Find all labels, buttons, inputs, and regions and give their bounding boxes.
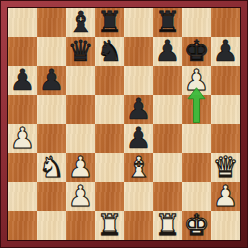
square-e5[interactable]: ♟ <box>124 95 153 124</box>
square-c7[interactable]: ♛ <box>66 37 95 66</box>
square-g7[interactable]: ♚ <box>182 37 211 66</box>
piece-black-bishop-c8: ♝ <box>66 8 95 37</box>
square-d2[interactable] <box>95 182 124 211</box>
piece-white-rook-d1: ♜ <box>95 211 124 240</box>
square-g2[interactable] <box>182 182 211 211</box>
square-b3[interactable]: ♞ <box>37 153 66 182</box>
piece-black-knight-d7: ♞ <box>95 37 124 66</box>
square-d3[interactable] <box>95 153 124 182</box>
square-a8[interactable] <box>8 8 37 37</box>
piece-black-pawn-b6: ♟ <box>37 66 66 95</box>
piece-white-knight-b3: ♞ <box>37 153 66 182</box>
square-e2[interactable] <box>124 182 153 211</box>
chess-board: ♝♜♜♛♞♟♚♟♟♟♟♟♟♟♞♟♝♛♟♟♜♜♚ <box>8 8 240 240</box>
square-h4[interactable] <box>211 124 240 153</box>
square-d5[interactable] <box>95 95 124 124</box>
square-b8[interactable] <box>37 8 66 37</box>
square-d4[interactable] <box>95 124 124 153</box>
square-f5[interactable] <box>153 95 182 124</box>
square-b1[interactable] <box>37 211 66 240</box>
square-g6[interactable]: ♟ <box>182 66 211 95</box>
piece-white-pawn-a4: ♟ <box>8 124 37 153</box>
piece-black-pawn-f7: ♟ <box>153 37 182 66</box>
square-b7[interactable] <box>37 37 66 66</box>
piece-black-pawn-e5: ♟ <box>124 95 153 124</box>
square-h2[interactable]: ♟ <box>211 182 240 211</box>
piece-white-pawn-g6: ♟ <box>182 66 211 95</box>
square-f7[interactable]: ♟ <box>153 37 182 66</box>
square-h8[interactable] <box>211 8 240 37</box>
piece-black-queen-c7: ♛ <box>66 37 95 66</box>
square-e3[interactable]: ♝ <box>124 153 153 182</box>
square-a5[interactable] <box>8 95 37 124</box>
square-a1[interactable] <box>8 211 37 240</box>
square-f4[interactable] <box>153 124 182 153</box>
square-h5[interactable] <box>211 95 240 124</box>
piece-white-rook-f1: ♜ <box>153 211 182 240</box>
square-b5[interactable] <box>37 95 66 124</box>
square-c4[interactable] <box>66 124 95 153</box>
square-d1[interactable]: ♜ <box>95 211 124 240</box>
square-f6[interactable] <box>153 66 182 95</box>
square-a7[interactable] <box>8 37 37 66</box>
square-g5[interactable] <box>182 95 211 124</box>
square-h6[interactable] <box>211 66 240 95</box>
piece-black-rook-f8: ♜ <box>153 8 182 37</box>
square-b6[interactable]: ♟ <box>37 66 66 95</box>
square-h7[interactable]: ♟ <box>211 37 240 66</box>
piece-black-pawn-e4: ♟ <box>124 124 153 153</box>
piece-black-pawn-a6: ♟ <box>8 66 37 95</box>
piece-white-pawn-c2: ♟ <box>66 182 95 211</box>
square-a6[interactable]: ♟ <box>8 66 37 95</box>
square-b4[interactable] <box>37 124 66 153</box>
board-frame: ♝♜♜♛♞♟♚♟♟♟♟♟♟♟♞♟♝♛♟♟♜♜♚ <box>0 0 248 248</box>
square-f2[interactable] <box>153 182 182 211</box>
square-c5[interactable] <box>66 95 95 124</box>
piece-black-rook-d8: ♜ <box>95 8 124 37</box>
square-c6[interactable] <box>66 66 95 95</box>
square-f1[interactable]: ♜ <box>153 211 182 240</box>
square-a4[interactable]: ♟ <box>8 124 37 153</box>
square-g1[interactable]: ♚ <box>182 211 211 240</box>
piece-white-pawn-c3: ♟ <box>66 153 95 182</box>
piece-white-bishop-e3: ♝ <box>124 153 153 182</box>
square-c2[interactable]: ♟ <box>66 182 95 211</box>
square-c1[interactable] <box>66 211 95 240</box>
square-d6[interactable] <box>95 66 124 95</box>
square-d7[interactable]: ♞ <box>95 37 124 66</box>
square-b2[interactable] <box>37 182 66 211</box>
square-h3[interactable]: ♛ <box>211 153 240 182</box>
square-c3[interactable]: ♟ <box>66 153 95 182</box>
square-e1[interactable] <box>124 211 153 240</box>
square-e6[interactable] <box>124 66 153 95</box>
square-e7[interactable] <box>124 37 153 66</box>
piece-white-king-g1: ♚ <box>182 211 211 240</box>
square-g4[interactable] <box>182 124 211 153</box>
square-a2[interactable] <box>8 182 37 211</box>
piece-black-pawn-h7: ♟ <box>211 37 240 66</box>
square-d8[interactable]: ♜ <box>95 8 124 37</box>
square-e4[interactable]: ♟ <box>124 124 153 153</box>
square-h1[interactable] <box>211 211 240 240</box>
piece-white-pawn-h2: ♟ <box>211 182 240 211</box>
square-g3[interactable] <box>182 153 211 182</box>
piece-white-queen-h3: ♛ <box>211 153 240 182</box>
square-a3[interactable] <box>8 153 37 182</box>
square-e8[interactable] <box>124 8 153 37</box>
piece-black-king-g7: ♚ <box>182 37 211 66</box>
square-f3[interactable] <box>153 153 182 182</box>
square-c8[interactable]: ♝ <box>66 8 95 37</box>
square-g8[interactable] <box>182 8 211 37</box>
square-f8[interactable]: ♜ <box>153 8 182 37</box>
